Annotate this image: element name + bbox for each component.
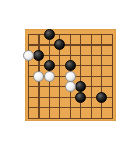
black-stone[interactable] [44,60,55,71]
go-board[interactable] [25,29,116,121]
go-grid-lines [28,34,113,119]
black-stone[interactable] [54,39,65,50]
black-stone[interactable] [33,50,44,61]
black-stone[interactable] [44,29,55,40]
black-stone[interactable] [75,92,86,103]
white-stone[interactable] [44,71,55,82]
screenshot-canvas [0,0,140,150]
white-stone[interactable] [65,71,76,82]
black-stone[interactable] [75,81,86,92]
white-stone[interactable] [23,50,34,61]
black-stone[interactable] [65,60,76,71]
white-stone[interactable] [65,81,76,92]
black-stone[interactable] [96,92,107,103]
white-stone[interactable] [33,71,44,82]
